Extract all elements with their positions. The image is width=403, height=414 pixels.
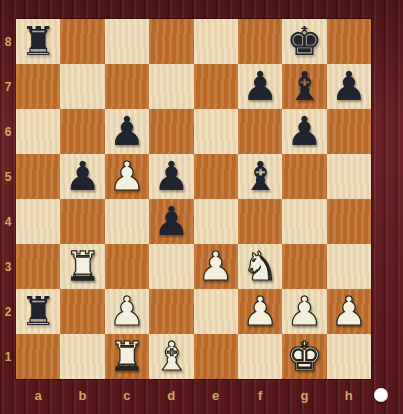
square-b5[interactable]: ♟ [60,154,104,199]
black-pawn-d4[interactable]: ♟ [153,201,189,241]
square-f1[interactable] [238,334,282,379]
black-bishop-f5[interactable]: ♝ [242,156,278,196]
square-h2[interactable]: ♟ [327,289,371,334]
rank-label-7: 7 [0,64,16,109]
square-e4[interactable] [194,199,238,244]
square-f5[interactable]: ♝ [238,154,282,199]
black-king-g8[interactable]: ♚ [287,21,323,61]
white-bishop-d1[interactable]: ♝ [153,336,189,376]
square-b2[interactable] [60,289,104,334]
square-f4[interactable] [238,199,282,244]
square-c4[interactable] [105,199,149,244]
square-g2[interactable]: ♟ [282,289,326,334]
square-f8[interactable] [238,19,282,64]
black-pawn-h7[interactable]: ♟ [331,66,367,106]
file-label-d: d [149,381,193,409]
file-label-g: g [282,381,326,409]
rank-label-6: 6 [0,109,16,154]
file-labels: abcdefgh [16,381,371,409]
square-h3[interactable] [327,244,371,289]
square-g8[interactable]: ♚ [282,19,326,64]
square-a1[interactable] [16,334,60,379]
rank-label-5: 5 [0,154,16,199]
file-label-c: c [105,381,149,409]
white-pawn-h2[interactable]: ♟ [331,291,367,331]
file-label-a: a [16,381,60,409]
square-e6[interactable] [194,109,238,154]
white-knight-f3[interactable]: ♞ [242,246,278,286]
square-h6[interactable] [327,109,371,154]
white-to-move-indicator [374,388,388,402]
square-d6[interactable] [149,109,193,154]
rank-labels: 87654321 [0,19,16,379]
square-d3[interactable] [149,244,193,289]
square-a6[interactable] [16,109,60,154]
square-e7[interactable] [194,64,238,109]
square-e1[interactable] [194,334,238,379]
black-pawn-d5[interactable]: ♟ [153,156,189,196]
square-b6[interactable] [60,109,104,154]
rank-label-1: 1 [0,334,16,379]
square-a8[interactable]: ♜ [16,19,60,64]
square-c8[interactable] [105,19,149,64]
square-b3[interactable]: ♜ [60,244,104,289]
square-b1[interactable] [60,334,104,379]
white-pawn-g2[interactable]: ♟ [287,291,323,331]
square-g5[interactable] [282,154,326,199]
square-f6[interactable] [238,109,282,154]
rank-label-8: 8 [0,19,16,64]
square-c2[interactable]: ♟ [105,289,149,334]
white-rook-c1[interactable]: ♜ [109,336,145,376]
square-c1[interactable]: ♜ [105,334,149,379]
white-king-g1[interactable]: ♚ [287,336,323,376]
chess-board: ♜♚♟♝♟♟♟♟♟♟♝♟♜♟♞♜♟♟♟♟♜♝♚ [16,19,371,379]
white-pawn-c5[interactable]: ♟ [109,156,145,196]
square-g1[interactable]: ♚ [282,334,326,379]
square-h7[interactable]: ♟ [327,64,371,109]
file-label-f: f [238,381,282,409]
file-label-e: e [194,381,238,409]
black-pawn-g6[interactable]: ♟ [287,111,323,151]
square-a5[interactable] [16,154,60,199]
square-h4[interactable] [327,199,371,244]
square-d8[interactable] [149,19,193,64]
square-e8[interactable] [194,19,238,64]
square-f7[interactable]: ♟ [238,64,282,109]
square-c3[interactable] [105,244,149,289]
square-a2[interactable]: ♜ [16,289,60,334]
black-pawn-b5[interactable]: ♟ [65,156,101,196]
rank-label-2: 2 [0,289,16,334]
white-pawn-f2[interactable]: ♟ [242,291,278,331]
square-g4[interactable] [282,199,326,244]
square-b7[interactable] [60,64,104,109]
white-rook-b3[interactable]: ♜ [65,246,101,286]
square-a4[interactable] [16,199,60,244]
square-d1[interactable]: ♝ [149,334,193,379]
rank-label-3: 3 [0,244,16,289]
square-c6[interactable]: ♟ [105,109,149,154]
square-e5[interactable] [194,154,238,199]
square-c5[interactable]: ♟ [105,154,149,199]
square-d4[interactable]: ♟ [149,199,193,244]
square-d2[interactable] [149,289,193,334]
square-a3[interactable] [16,244,60,289]
rank-label-4: 4 [0,199,16,244]
square-h1[interactable] [327,334,371,379]
black-rook-a2[interactable]: ♜ [20,291,56,331]
square-g3[interactable] [282,244,326,289]
square-d7[interactable] [149,64,193,109]
file-label-b: b [60,381,104,409]
square-b4[interactable] [60,199,104,244]
black-pawn-c6[interactable]: ♟ [109,111,145,151]
black-pawn-f7[interactable]: ♟ [242,66,278,106]
square-b8[interactable] [60,19,104,64]
square-a7[interactable] [16,64,60,109]
file-label-h: h [327,381,371,409]
square-g6[interactable]: ♟ [282,109,326,154]
square-e3[interactable]: ♟ [194,244,238,289]
white-pawn-c2[interactable]: ♟ [109,291,145,331]
square-e2[interactable] [194,289,238,334]
square-f3[interactable]: ♞ [238,244,282,289]
square-d5[interactable]: ♟ [149,154,193,199]
square-c7[interactable] [105,64,149,109]
square-f2[interactable]: ♟ [238,289,282,334]
square-g7[interactable]: ♝ [282,64,326,109]
square-h8[interactable] [327,19,371,64]
chess-board-frame: ♜♚♟♝♟♟♟♟♟♟♝♟♜♟♞♜♟♟♟♟♜♝♚ 87654321 abcdefg… [0,0,403,414]
white-pawn-e3[interactable]: ♟ [198,246,234,286]
black-rook-a8[interactable]: ♜ [20,21,56,61]
black-bishop-g7[interactable]: ♝ [287,66,323,106]
square-h5[interactable] [327,154,371,199]
